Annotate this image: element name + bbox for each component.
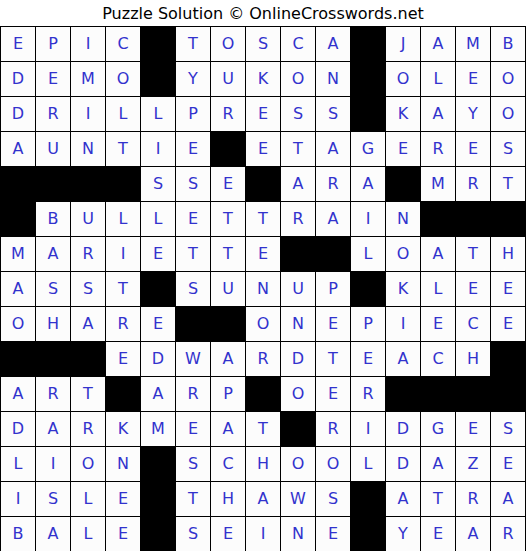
block-cell-r8c11 [351, 272, 385, 306]
letter-cell-r14c9: W [281, 482, 315, 516]
letter-cell-r8c15: E [491, 272, 525, 306]
letter-cell-r7c7: T [211, 237, 245, 271]
letter-cell-r14c14: R [456, 482, 490, 516]
letter-cell-r5c11: A [351, 167, 385, 201]
letter-cell-r2c9: O [281, 62, 315, 96]
letter-cell-r4c8: E [246, 132, 280, 166]
letter-cell-r2c2: E [36, 62, 70, 96]
block-cell-r10c1 [1, 342, 35, 376]
letter-cell-r14c6: T [176, 482, 210, 516]
letter-cell-r12c1: D [1, 412, 35, 446]
letter-cell-r9c15: E [491, 307, 525, 341]
letter-cell-r9c5: E [141, 307, 175, 341]
letter-cell-r5c7: E [211, 167, 245, 201]
letter-cell-r1c10: A [316, 27, 350, 61]
letter-cell-r10c10: T [316, 342, 350, 376]
letter-cell-r13c9: O [281, 447, 315, 481]
letter-cell-r10c4: E [106, 342, 140, 376]
block-cell-r6c13 [421, 202, 455, 236]
letter-cell-r7c15: H [491, 237, 525, 271]
letter-cell-r3c2: R [36, 97, 70, 131]
letter-cell-r8c7: U [211, 272, 245, 306]
letter-cell-r4c1: A [1, 132, 35, 166]
letter-cell-r13c15: E [491, 447, 525, 481]
letter-cell-r2c13: L [421, 62, 455, 96]
letter-cell-r15c2: A [36, 517, 70, 551]
letter-cell-r3c12: K [386, 97, 420, 131]
block-cell-r2c11 [351, 62, 385, 96]
letter-cell-r10c12: A [386, 342, 420, 376]
letter-cell-r15c13: E [421, 517, 455, 551]
block-cell-r5c3 [71, 167, 105, 201]
letter-cell-r9c14: C [456, 307, 490, 341]
block-cell-r6c1 [1, 202, 35, 236]
letter-cell-r1c9: C [281, 27, 315, 61]
letter-cell-r6c5: L [141, 202, 175, 236]
block-cell-r11c4 [106, 377, 140, 411]
letter-cell-r3c10: S [316, 97, 350, 131]
block-cell-r8c5 [141, 272, 175, 306]
letter-cell-r3c4: L [106, 97, 140, 131]
letter-cell-r11c7: P [211, 377, 245, 411]
letter-cell-r2c12: O [386, 62, 420, 96]
crossword-grid: EPICTOSCAJAMBDEMOYUKONOLEODRILLPRESSKAYO… [0, 26, 526, 551]
letter-cell-r11c2: R [36, 377, 70, 411]
letter-cell-r1c3: I [71, 27, 105, 61]
letter-cell-r14c8: A [246, 482, 280, 516]
letter-cell-r3c14: Y [456, 97, 490, 131]
letter-cell-r15c12: Y [386, 517, 420, 551]
letter-cell-r13c4: N [106, 447, 140, 481]
letter-cell-r7c3: R [71, 237, 105, 271]
letter-cell-r9c8: O [246, 307, 280, 341]
block-cell-r4c7 [211, 132, 245, 166]
letter-cell-r15c3: L [71, 517, 105, 551]
letter-cell-r8c8: N [246, 272, 280, 306]
letter-cell-r8c2: S [36, 272, 70, 306]
letter-cell-r12c10: R [316, 412, 350, 446]
letter-cell-r6c6: E [176, 202, 210, 236]
letter-cell-r9c2: H [36, 307, 70, 341]
letter-cell-r2c4: O [106, 62, 140, 96]
block-cell-r1c5 [141, 27, 175, 61]
letter-cell-r5c13: M [421, 167, 455, 201]
block-cell-r7c10 [316, 237, 350, 271]
letter-cell-r3c8: E [246, 97, 280, 131]
letter-cell-r2c7: U [211, 62, 245, 96]
letter-cell-r8c6: S [176, 272, 210, 306]
letter-cell-r4c12: E [386, 132, 420, 166]
letter-cell-r4c10: A [316, 132, 350, 166]
block-cell-r11c14 [456, 377, 490, 411]
letter-cell-r2c8: K [246, 62, 280, 96]
block-cell-r5c8 [246, 167, 280, 201]
letter-cell-r4c9: T [281, 132, 315, 166]
letter-cell-r8c13: L [421, 272, 455, 306]
letter-cell-r13c10: O [316, 447, 350, 481]
letter-cell-r9c1: O [1, 307, 35, 341]
letter-cell-r2c1: D [1, 62, 35, 96]
letter-cell-r2c15: O [491, 62, 525, 96]
block-cell-r5c4 [106, 167, 140, 201]
letter-cell-r1c13: A [421, 27, 455, 61]
letter-cell-r11c9: O [281, 377, 315, 411]
letter-cell-r10c9: D [281, 342, 315, 376]
letter-cell-r7c8: E [246, 237, 280, 271]
letter-cell-r12c2: A [36, 412, 70, 446]
letter-cell-r9c11: P [351, 307, 385, 341]
letter-cell-r12c15: S [491, 412, 525, 446]
letter-cell-r4c11: G [351, 132, 385, 166]
letter-cell-r3c1: D [1, 97, 35, 131]
letter-cell-r9c13: E [421, 307, 455, 341]
letter-cell-r14c3: L [71, 482, 105, 516]
block-cell-r1c11 [351, 27, 385, 61]
letter-cell-r4c5: I [141, 132, 175, 166]
block-cell-r6c15 [491, 202, 525, 236]
letter-cell-r5c6: S [176, 167, 210, 201]
letter-cell-r12c6: E [176, 412, 210, 446]
letter-cell-r11c3: T [71, 377, 105, 411]
letter-cell-r1c12: J [386, 27, 420, 61]
letter-cell-r14c1: I [1, 482, 35, 516]
block-cell-r11c13 [421, 377, 455, 411]
block-cell-r15c11 [351, 517, 385, 551]
block-cell-r15c5 [141, 517, 175, 551]
letter-cell-r10c13: C [421, 342, 455, 376]
letter-cell-r7c12: O [386, 237, 420, 271]
letter-cell-r1c4: C [106, 27, 140, 61]
letter-cell-r7c4: I [106, 237, 140, 271]
letter-cell-r6c8: T [246, 202, 280, 236]
block-cell-r11c15 [491, 377, 525, 411]
letter-cell-r6c12: N [386, 202, 420, 236]
letter-cell-r4c2: U [36, 132, 70, 166]
letter-cell-r7c2: A [36, 237, 70, 271]
letter-cell-r10c6: W [176, 342, 210, 376]
letter-cell-r7c5: E [141, 237, 175, 271]
letter-cell-r12c4: K [106, 412, 140, 446]
block-cell-r5c12 [386, 167, 420, 201]
block-cell-r14c11 [351, 482, 385, 516]
letter-cell-r15c14: A [456, 517, 490, 551]
block-cell-r9c7 [211, 307, 245, 341]
letter-cell-r2c6: Y [176, 62, 210, 96]
letter-cell-r8c3: S [71, 272, 105, 306]
letter-cell-r9c12: I [386, 307, 420, 341]
letter-cell-r1c14: M [456, 27, 490, 61]
letter-cell-r3c6: P [176, 97, 210, 131]
letter-cell-r15c10: E [316, 517, 350, 551]
letter-cell-r7c13: A [421, 237, 455, 271]
letter-cell-r2c10: N [316, 62, 350, 96]
letter-cell-r5c9: A [281, 167, 315, 201]
letter-cell-r1c1: E [1, 27, 35, 61]
letter-cell-r13c1: L [1, 447, 35, 481]
block-cell-r7c9 [281, 237, 315, 271]
letter-cell-r7c6: T [176, 237, 210, 271]
letter-cell-r10c8: R [246, 342, 280, 376]
letter-cell-r12c12: D [386, 412, 420, 446]
letter-cell-r11c5: A [141, 377, 175, 411]
letter-cell-r11c6: R [176, 377, 210, 411]
letter-cell-r8c14: E [456, 272, 490, 306]
letter-cell-r14c15: A [491, 482, 525, 516]
letter-cell-r9c10: E [316, 307, 350, 341]
letter-cell-r15c6: S [176, 517, 210, 551]
letter-cell-r1c6: T [176, 27, 210, 61]
block-cell-r10c15 [491, 342, 525, 376]
letter-cell-r13c2: I [36, 447, 70, 481]
letter-cell-r3c5: L [141, 97, 175, 131]
letter-cell-r12c3: R [71, 412, 105, 446]
letter-cell-r2c14: E [456, 62, 490, 96]
block-cell-r10c3 [71, 342, 105, 376]
letter-cell-r10c11: E [351, 342, 385, 376]
letter-cell-r3c7: R [211, 97, 245, 131]
page-title: Puzzle Solution © OnlineCrosswords.net [0, 0, 526, 26]
letter-cell-r14c2: S [36, 482, 70, 516]
letter-cell-r7c14: T [456, 237, 490, 271]
block-cell-r13c5 [141, 447, 175, 481]
letter-cell-r7c11: L [351, 237, 385, 271]
letter-cell-r1c2: P [36, 27, 70, 61]
letter-cell-r1c8: S [246, 27, 280, 61]
letter-cell-r6c11: I [351, 202, 385, 236]
letter-cell-r3c3: I [71, 97, 105, 131]
letter-cell-r15c7: E [211, 517, 245, 551]
letter-cell-r15c9: N [281, 517, 315, 551]
block-cell-r10c2 [36, 342, 70, 376]
letter-cell-r13c13: A [421, 447, 455, 481]
letter-cell-r10c5: D [141, 342, 175, 376]
letter-cell-r4c14: E [456, 132, 490, 166]
letter-cell-r14c7: H [211, 482, 245, 516]
letter-cell-r6c9: R [281, 202, 315, 236]
letter-cell-r3c15: O [491, 97, 525, 131]
letter-cell-r2c3: M [71, 62, 105, 96]
letter-cell-r9c4: R [106, 307, 140, 341]
block-cell-r9c6 [176, 307, 210, 341]
block-cell-r5c2 [36, 167, 70, 201]
letter-cell-r8c1: A [1, 272, 35, 306]
block-cell-r2c5 [141, 62, 175, 96]
block-cell-r6c14 [456, 202, 490, 236]
letter-cell-r5c14: R [456, 167, 490, 201]
letter-cell-r8c10: P [316, 272, 350, 306]
letter-cell-r8c9: U [281, 272, 315, 306]
letter-cell-r13c11: L [351, 447, 385, 481]
letter-cell-r12c7: A [211, 412, 245, 446]
block-cell-r11c12 [386, 377, 420, 411]
block-cell-r5c1 [1, 167, 35, 201]
letter-cell-r4c6: E [176, 132, 210, 166]
letter-cell-r14c4: E [106, 482, 140, 516]
letter-cell-r12c5: M [141, 412, 175, 446]
letter-cell-r13c6: S [176, 447, 210, 481]
letter-cell-r4c4: T [106, 132, 140, 166]
letter-cell-r6c2: B [36, 202, 70, 236]
letter-cell-r10c7: A [211, 342, 245, 376]
letter-cell-r1c7: O [211, 27, 245, 61]
letter-cell-r3c9: S [281, 97, 315, 131]
letter-cell-r13c14: Z [456, 447, 490, 481]
letter-cell-r14c10: S [316, 482, 350, 516]
letter-cell-r11c1: A [1, 377, 35, 411]
letter-cell-r4c13: R [421, 132, 455, 166]
letter-cell-r6c7: T [211, 202, 245, 236]
letter-cell-r11c10: E [316, 377, 350, 411]
letter-cell-r14c12: A [386, 482, 420, 516]
letter-cell-r4c15: S [491, 132, 525, 166]
block-cell-r14c5 [141, 482, 175, 516]
letter-cell-r5c15: T [491, 167, 525, 201]
letter-cell-r4c3: N [71, 132, 105, 166]
letter-cell-r5c10: R [316, 167, 350, 201]
letter-cell-r13c7: C [211, 447, 245, 481]
letter-cell-r15c4: E [106, 517, 140, 551]
letter-cell-r15c8: I [246, 517, 280, 551]
letter-cell-r6c3: U [71, 202, 105, 236]
letter-cell-r7c1: M [1, 237, 35, 271]
letter-cell-r12c13: G [421, 412, 455, 446]
letter-cell-r12c8: T [246, 412, 280, 446]
letter-cell-r6c4: L [106, 202, 140, 236]
letter-cell-r8c12: K [386, 272, 420, 306]
letter-cell-r3c13: A [421, 97, 455, 131]
block-cell-r11c8 [246, 377, 280, 411]
letter-cell-r12c11: I [351, 412, 385, 446]
letter-cell-r8c4: T [106, 272, 140, 306]
letter-cell-r15c15: R [491, 517, 525, 551]
letter-cell-r11c11: R [351, 377, 385, 411]
block-cell-r12c9 [281, 412, 315, 446]
letter-cell-r13c12: D [386, 447, 420, 481]
letter-cell-r1c15: B [491, 27, 525, 61]
letter-cell-r12c14: E [456, 412, 490, 446]
letter-cell-r9c9: N [281, 307, 315, 341]
letter-cell-r13c3: O [71, 447, 105, 481]
letter-cell-r10c14: H [456, 342, 490, 376]
letter-cell-r5c5: S [141, 167, 175, 201]
letter-cell-r14c13: T [421, 482, 455, 516]
block-cell-r3c11 [351, 97, 385, 131]
letter-cell-r13c8: H [246, 447, 280, 481]
letter-cell-r15c1: B [1, 517, 35, 551]
letter-cell-r6c10: A [316, 202, 350, 236]
letter-cell-r9c3: A [71, 307, 105, 341]
